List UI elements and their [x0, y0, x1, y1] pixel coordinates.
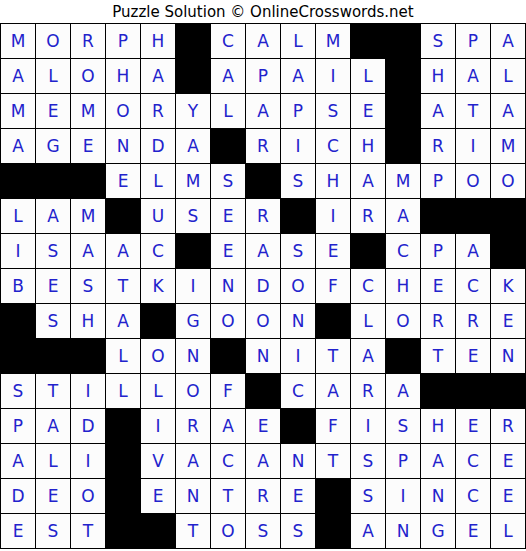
letter-cell-r15c13: G	[421, 514, 455, 548]
letter-cell-r2c7: A	[211, 59, 245, 93]
letter-cell-r9c9: N	[281, 304, 315, 338]
letter-cell-r15c8: S	[246, 514, 280, 548]
letter-cell-r6c10: I	[316, 199, 350, 233]
black-cell-r14c4	[106, 479, 140, 513]
letter-cell-r11c10: A	[316, 374, 350, 408]
letter-cell-r8c3: S	[71, 269, 105, 303]
letter-cell-r7c5: C	[141, 234, 175, 268]
black-cell-r10c7	[211, 339, 245, 373]
letter-cell-r13c13: A	[421, 444, 455, 478]
letter-cell-r10c8: N	[246, 339, 280, 373]
letter-cell-r12c13: H	[421, 409, 455, 443]
letter-cell-r15c14: E	[456, 514, 490, 548]
letter-cell-r8c15: K	[491, 269, 525, 303]
letter-cell-r11c3: I	[71, 374, 105, 408]
letter-cell-r3c15: A	[491, 94, 525, 128]
letter-cell-r1c2: O	[36, 24, 70, 58]
letter-cell-r8c5: K	[141, 269, 175, 303]
letter-cell-r12c11: I	[351, 409, 385, 443]
black-cell-r11c14	[456, 374, 490, 408]
letter-cell-r15c6: T	[176, 514, 210, 548]
letter-cell-r1c8: A	[246, 24, 280, 58]
black-cell-r10c2	[36, 339, 70, 373]
letter-cell-r9c4: A	[106, 304, 140, 338]
letter-cell-r6c3: M	[71, 199, 105, 233]
crossword-grid: MORPHCALMSPAALOHAAPAILHALMEMORYLAPSEATAA…	[0, 23, 526, 549]
black-cell-r6c13	[421, 199, 455, 233]
letter-cell-r13c9: N	[281, 444, 315, 478]
letter-cell-r14c13: N	[421, 479, 455, 513]
letter-cell-r2c1: A	[1, 59, 35, 93]
black-cell-r11c15	[491, 374, 525, 408]
black-cell-r9c1	[1, 304, 35, 338]
black-cell-r10c1	[1, 339, 35, 373]
letter-cell-r3c6: Y	[176, 94, 210, 128]
letter-cell-r14c14: C	[456, 479, 490, 513]
letter-cell-r1c4: P	[106, 24, 140, 58]
black-cell-r4c7	[211, 129, 245, 163]
letter-cell-r6c2: A	[36, 199, 70, 233]
letter-cell-r11c4: L	[106, 374, 140, 408]
letter-cell-r5c7: S	[211, 164, 245, 198]
letter-cell-r1c10: M	[316, 24, 350, 58]
black-cell-r2c6	[176, 59, 210, 93]
letter-cell-r8c8: D	[246, 269, 280, 303]
letter-cell-r10c6: N	[176, 339, 210, 373]
letter-cell-r3c1: M	[1, 94, 35, 128]
letter-cell-r1c14: P	[456, 24, 490, 58]
letter-cell-r11c5: L	[141, 374, 175, 408]
letter-cell-r5c4: E	[106, 164, 140, 198]
black-cell-r11c8	[246, 374, 280, 408]
black-cell-r6c14	[456, 199, 490, 233]
letter-cell-r3c8: A	[246, 94, 280, 128]
letter-cell-r10c5: O	[141, 339, 175, 373]
letter-cell-r5c13: P	[421, 164, 455, 198]
letter-cell-r5c11: A	[351, 164, 385, 198]
letter-cell-r6c1: L	[1, 199, 35, 233]
letter-cell-r7c2: S	[36, 234, 70, 268]
letter-cell-r2c14: A	[456, 59, 490, 93]
letter-cell-r9c12: O	[386, 304, 420, 338]
letter-cell-r13c11: S	[351, 444, 385, 478]
letter-cell-r11c12: A	[386, 374, 420, 408]
black-cell-r6c9	[281, 199, 315, 233]
black-cell-r13c4	[106, 444, 140, 478]
letter-cell-r15c12: N	[386, 514, 420, 548]
letter-cell-r14c3: O	[71, 479, 105, 513]
letter-cell-r4c15: M	[491, 129, 525, 163]
letter-cell-r15c11: A	[351, 514, 385, 548]
letter-cell-r9c6: G	[176, 304, 210, 338]
letter-cell-r5c10: H	[316, 164, 350, 198]
black-cell-r10c3	[71, 339, 105, 373]
letter-cell-r2c2: L	[36, 59, 70, 93]
letter-cell-r7c4: A	[106, 234, 140, 268]
black-cell-r5c3	[71, 164, 105, 198]
letter-cell-r1c1: M	[1, 24, 35, 58]
letter-cell-r11c2: T	[36, 374, 70, 408]
letter-cell-r4c4: N	[106, 129, 140, 163]
black-cell-r15c5	[141, 514, 175, 548]
letter-cell-r7c13: P	[421, 234, 455, 268]
black-cell-r3c12	[386, 94, 420, 128]
letter-cell-r13c1: A	[1, 444, 35, 478]
letter-cell-r10c14: E	[456, 339, 490, 373]
letter-cell-r13c8: A	[246, 444, 280, 478]
letter-cell-r11c1: S	[1, 374, 35, 408]
letter-cell-r12c10: F	[316, 409, 350, 443]
black-cell-r1c11	[351, 24, 385, 58]
black-cell-r2c12	[386, 59, 420, 93]
letter-cell-r12c5: I	[141, 409, 175, 443]
letter-cell-r5c14: O	[456, 164, 490, 198]
letter-cell-r2c4: H	[106, 59, 140, 93]
black-cell-r5c1	[1, 164, 35, 198]
letter-cell-r12c15: R	[491, 409, 525, 443]
letter-cell-r4c8: R	[246, 129, 280, 163]
letter-cell-r7c14: A	[456, 234, 490, 268]
letter-cell-r6c11: R	[351, 199, 385, 233]
letter-cell-r12c12: S	[386, 409, 420, 443]
letter-cell-r12c8: E	[246, 409, 280, 443]
letter-cell-r7c8: A	[246, 234, 280, 268]
letter-cell-r6c6: S	[176, 199, 210, 233]
letter-cell-r8c4: T	[106, 269, 140, 303]
letter-cell-r3c2: E	[36, 94, 70, 128]
letter-cell-r15c2: S	[36, 514, 70, 548]
letter-cell-r1c9: L	[281, 24, 315, 58]
letter-cell-r6c12: A	[386, 199, 420, 233]
black-cell-r7c6	[176, 234, 210, 268]
letter-cell-r1c13: S	[421, 24, 455, 58]
black-cell-r6c15	[491, 199, 525, 233]
letter-cell-r14c11: S	[351, 479, 385, 513]
letter-cell-r4c10: C	[316, 129, 350, 163]
black-cell-r9c10	[316, 304, 350, 338]
letter-cell-r4c9: I	[281, 129, 315, 163]
black-cell-r1c6	[176, 24, 210, 58]
letter-cell-r12c6: R	[176, 409, 210, 443]
letter-cell-r9c7: O	[211, 304, 245, 338]
letter-cell-r11c6: O	[176, 374, 210, 408]
letter-cell-r8c9: O	[281, 269, 315, 303]
letter-cell-r5c12: M	[386, 164, 420, 198]
letter-cell-r9c14: R	[456, 304, 490, 338]
letter-cell-r15c9: S	[281, 514, 315, 548]
letter-cell-r12c14: E	[456, 409, 490, 443]
black-cell-r12c4	[106, 409, 140, 443]
letter-cell-r11c7: F	[211, 374, 245, 408]
letter-cell-r13c3: I	[71, 444, 105, 478]
letter-cell-r1c15: A	[491, 24, 525, 58]
letter-cell-r3c5: R	[141, 94, 175, 128]
letter-cell-r14c6: N	[176, 479, 210, 513]
letter-cell-r7c7: E	[211, 234, 245, 268]
black-cell-r7c15	[491, 234, 525, 268]
letter-cell-r7c10: E	[316, 234, 350, 268]
letter-cell-r15c7: O	[211, 514, 245, 548]
letter-cell-r15c15: L	[491, 514, 525, 548]
black-cell-r12c9	[281, 409, 315, 443]
black-cell-r7c11	[351, 234, 385, 268]
letter-cell-r5c9: S	[281, 164, 315, 198]
black-cell-r5c2	[36, 164, 70, 198]
letter-cell-r2c5: A	[141, 59, 175, 93]
letter-cell-r2c15: L	[491, 59, 525, 93]
letter-cell-r8c11: C	[351, 269, 385, 303]
letter-cell-r14c2: E	[36, 479, 70, 513]
letter-cell-r9c2: S	[36, 304, 70, 338]
letter-cell-r15c1: E	[1, 514, 35, 548]
letter-cell-r5c15: O	[491, 164, 525, 198]
black-cell-r11c13	[421, 374, 455, 408]
letter-cell-r2c8: P	[246, 59, 280, 93]
letter-cell-r4c11: H	[351, 129, 385, 163]
letter-cell-r13c2: L	[36, 444, 70, 478]
letter-cell-r10c13: T	[421, 339, 455, 373]
letter-cell-r8c13: E	[421, 269, 455, 303]
letter-cell-r2c11: L	[351, 59, 385, 93]
letter-cell-r13c15: E	[491, 444, 525, 478]
letter-cell-r6c5: U	[141, 199, 175, 233]
letter-cell-r12c3: D	[71, 409, 105, 443]
black-cell-r1c12	[386, 24, 420, 58]
black-cell-r14c10	[316, 479, 350, 513]
black-cell-r9c5	[141, 304, 175, 338]
letter-cell-r13c6: A	[176, 444, 210, 478]
letter-cell-r4c13: R	[421, 129, 455, 163]
letter-cell-r12c7: A	[211, 409, 245, 443]
letter-cell-r9c8: O	[246, 304, 280, 338]
letter-cell-r3c10: S	[316, 94, 350, 128]
letter-cell-r3c14: T	[456, 94, 490, 128]
letter-cell-r13c7: C	[211, 444, 245, 478]
letter-cell-r1c5: H	[141, 24, 175, 58]
letter-cell-r3c3: M	[71, 94, 105, 128]
letter-cell-r11c9: C	[281, 374, 315, 408]
letter-cell-r10c10: T	[316, 339, 350, 373]
letter-cell-r4c3: E	[71, 129, 105, 163]
letter-cell-r5c5: L	[141, 164, 175, 198]
letter-cell-r13c14: C	[456, 444, 490, 478]
letter-cell-r7c1: I	[1, 234, 35, 268]
letter-cell-r9c13: R	[421, 304, 455, 338]
letter-cell-r14c12: I	[386, 479, 420, 513]
black-cell-r15c4	[106, 514, 140, 548]
black-cell-r6c4	[106, 199, 140, 233]
letter-cell-r9c11: L	[351, 304, 385, 338]
letter-cell-r2c9: A	[281, 59, 315, 93]
letter-cell-r10c9: I	[281, 339, 315, 373]
letter-cell-r10c11: A	[351, 339, 385, 373]
letter-cell-r1c7: C	[211, 24, 245, 58]
letter-cell-r14c15: E	[491, 479, 525, 513]
black-cell-r5c8	[246, 164, 280, 198]
letter-cell-r10c15: N	[491, 339, 525, 373]
letter-cell-r6c8: R	[246, 199, 280, 233]
letter-cell-r3c9: P	[281, 94, 315, 128]
letter-cell-r15c3: T	[71, 514, 105, 548]
letter-cell-r7c12: C	[386, 234, 420, 268]
letter-cell-r7c3: A	[71, 234, 105, 268]
letter-cell-r1c3: R	[71, 24, 105, 58]
letter-cell-r13c5: V	[141, 444, 175, 478]
letter-cell-r13c12: P	[386, 444, 420, 478]
black-cell-r15c10	[316, 514, 350, 548]
letter-cell-r7c9: S	[281, 234, 315, 268]
letter-cell-r8c12: H	[386, 269, 420, 303]
letter-cell-r8c1: B	[1, 269, 35, 303]
letter-cell-r3c13: A	[421, 94, 455, 128]
letter-cell-r10c4: L	[106, 339, 140, 373]
letter-cell-r2c10: I	[316, 59, 350, 93]
letter-cell-r4c2: G	[36, 129, 70, 163]
letter-cell-r14c1: D	[1, 479, 35, 513]
letter-cell-r9c15: E	[491, 304, 525, 338]
letter-cell-r3c4: O	[106, 94, 140, 128]
letter-cell-r12c1: P	[1, 409, 35, 443]
letter-cell-r14c7: T	[211, 479, 245, 513]
letter-cell-r2c13: H	[421, 59, 455, 93]
letter-cell-r8c14: C	[456, 269, 490, 303]
letter-cell-r12c2: A	[36, 409, 70, 443]
letter-cell-r6c7: E	[211, 199, 245, 233]
black-cell-r4c12	[386, 129, 420, 163]
letter-cell-r13c10: T	[316, 444, 350, 478]
letter-cell-r3c7: L	[211, 94, 245, 128]
letter-cell-r8c2: E	[36, 269, 70, 303]
letter-cell-r11c11: R	[351, 374, 385, 408]
letter-cell-r2c3: O	[71, 59, 105, 93]
letter-cell-r4c1: A	[1, 129, 35, 163]
letter-cell-r8c10: F	[316, 269, 350, 303]
letter-cell-r14c9: E	[281, 479, 315, 513]
letter-cell-r8c6: I	[176, 269, 210, 303]
letter-cell-r3c11: E	[351, 94, 385, 128]
letter-cell-r4c5: D	[141, 129, 175, 163]
letter-cell-r9c3: H	[71, 304, 105, 338]
letter-cell-r14c8: R	[246, 479, 280, 513]
letter-cell-r4c14: I	[456, 129, 490, 163]
page-title: Puzzle Solution © OnlineCrosswords.net	[0, 0, 526, 23]
letter-cell-r5c6: M	[176, 164, 210, 198]
letter-cell-r14c5: E	[141, 479, 175, 513]
letter-cell-r8c7: N	[211, 269, 245, 303]
black-cell-r10c12	[386, 339, 420, 373]
letter-cell-r4c6: A	[176, 129, 210, 163]
